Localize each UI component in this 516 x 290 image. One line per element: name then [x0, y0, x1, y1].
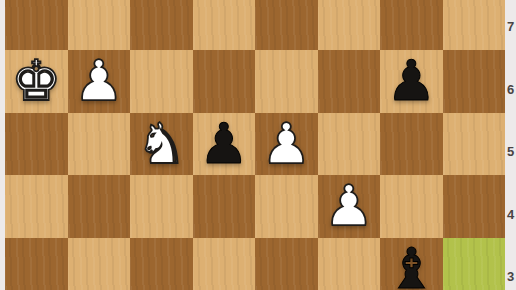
square-h4[interactable]: [443, 175, 506, 238]
square-e7[interactable]: [255, 0, 318, 50]
chessboard-screenshot: ♚♟♟♞♟♟♟♝ 76543: [0, 0, 516, 290]
square-f4[interactable]: ♟: [318, 175, 381, 238]
square-e6[interactable]: [255, 50, 318, 113]
rank-label-3: 3: [505, 269, 516, 284]
square-f5[interactable]: [318, 113, 381, 176]
square-h3[interactable]: [443, 238, 506, 290]
square-a6[interactable]: ♚: [5, 50, 68, 113]
square-c5[interactable]: ♞: [130, 113, 193, 176]
square-a7[interactable]: [5, 0, 68, 50]
white-pawn[interactable]: ♟: [261, 113, 311, 176]
chess-board: ♚♟♟♞♟♟♟♝: [5, 0, 505, 290]
square-f6[interactable]: [318, 50, 381, 113]
square-h6[interactable]: [443, 50, 506, 113]
square-d5[interactable]: ♟: [193, 113, 256, 176]
white-knight[interactable]: ♞: [136, 113, 186, 176]
square-g4[interactable]: [380, 175, 443, 238]
square-d4[interactable]: [193, 175, 256, 238]
square-a4[interactable]: [5, 175, 68, 238]
rank-label-5: 5: [505, 144, 516, 159]
rank-label-4: 4: [505, 206, 516, 221]
square-d6[interactable]: [193, 50, 256, 113]
square-b3[interactable]: [68, 238, 131, 290]
square-d3[interactable]: [193, 238, 256, 290]
black-pawn[interactable]: ♟: [386, 50, 436, 113]
square-a3[interactable]: [5, 238, 68, 290]
square-g7[interactable]: [380, 0, 443, 50]
square-b6[interactable]: ♟: [68, 50, 131, 113]
white-king[interactable]: ♚: [11, 50, 61, 113]
square-b5[interactable]: [68, 113, 131, 176]
rank-label-6: 6: [505, 81, 516, 96]
square-h5[interactable]: [443, 113, 506, 176]
square-b7[interactable]: [68, 0, 131, 50]
white-pawn[interactable]: ♟: [74, 50, 124, 113]
square-g6[interactable]: ♟: [380, 50, 443, 113]
white-pawn[interactable]: ♟: [324, 175, 374, 238]
square-a5[interactable]: [5, 113, 68, 176]
square-c6[interactable]: [130, 50, 193, 113]
square-e3[interactable]: [255, 238, 318, 290]
square-g3[interactable]: ♝: [380, 238, 443, 290]
square-e4[interactable]: [255, 175, 318, 238]
square-g5[interactable]: [380, 113, 443, 176]
black-bishop[interactable]: ♝: [386, 238, 436, 290]
square-c4[interactable]: [130, 175, 193, 238]
square-c3[interactable]: [130, 238, 193, 290]
square-e5[interactable]: ♟: [255, 113, 318, 176]
rank-label-7: 7: [505, 19, 516, 34]
square-h7[interactable]: [443, 0, 506, 50]
square-b4[interactable]: [68, 175, 131, 238]
square-d7[interactable]: [193, 0, 256, 50]
square-f7[interactable]: [318, 0, 381, 50]
black-pawn[interactable]: ♟: [199, 113, 249, 176]
square-c7[interactable]: [130, 0, 193, 50]
square-f3[interactable]: [318, 238, 381, 290]
